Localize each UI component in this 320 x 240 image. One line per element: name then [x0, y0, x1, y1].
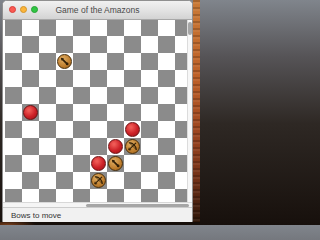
- board-square[interactable]: [124, 172, 141, 189]
- board-square[interactable]: [124, 70, 141, 87]
- board-square[interactable]: [73, 121, 90, 138]
- board-square[interactable]: [141, 36, 158, 53]
- board-square[interactable]: [73, 53, 90, 70]
- board-square[interactable]: [56, 121, 73, 138]
- board-square[interactable]: [141, 189, 158, 202]
- arrow-icon: [110, 158, 121, 169]
- board-square[interactable]: [22, 70, 39, 87]
- piece-red-disc[interactable]: [108, 139, 123, 154]
- board-square[interactable]: [5, 189, 22, 202]
- board-square[interactable]: [5, 36, 22, 53]
- board-square[interactable]: [141, 104, 158, 121]
- board-square[interactable]: [141, 87, 158, 104]
- board-square[interactable]: [5, 121, 22, 138]
- desktop-background-bottom: [0, 222, 200, 225]
- board-square[interactable]: [158, 172, 175, 189]
- board-square[interactable]: [124, 20, 141, 36]
- board-square[interactable]: [158, 104, 175, 121]
- board-square[interactable]: [56, 189, 73, 202]
- board-square[interactable]: [141, 121, 158, 138]
- piece-bow[interactable]: [125, 139, 140, 154]
- board-square[interactable]: [124, 104, 141, 121]
- board-square[interactable]: [158, 138, 175, 155]
- vertical-scrollbar[interactable]: [187, 20, 192, 202]
- board-square[interactable]: [107, 189, 124, 202]
- board-square[interactable]: [56, 87, 73, 104]
- board-square[interactable]: [22, 36, 39, 53]
- board-square[interactable]: [5, 138, 22, 155]
- board-square[interactable]: [39, 121, 56, 138]
- board-square[interactable]: [90, 121, 107, 138]
- board-square[interactable]: [73, 104, 90, 121]
- board-square[interactable]: [158, 189, 175, 202]
- board-square[interactable]: [39, 172, 56, 189]
- window-title: Game of the Amazons: [3, 1, 192, 19]
- piece-red-disc[interactable]: [125, 122, 140, 137]
- board-square[interactable]: [158, 70, 175, 87]
- arrow-icon: [59, 56, 70, 67]
- board-square[interactable]: [39, 20, 56, 36]
- board-square[interactable]: [56, 138, 73, 155]
- board-square[interactable]: [107, 87, 124, 104]
- board-square[interactable]: [22, 138, 39, 155]
- board-square[interactable]: [90, 87, 107, 104]
- board-square[interactable]: [22, 189, 39, 202]
- board-square[interactable]: [39, 87, 56, 104]
- board-square[interactable]: [5, 87, 22, 104]
- board-square[interactable]: [56, 36, 73, 53]
- board-square[interactable]: [124, 189, 141, 202]
- board-square[interactable]: [22, 20, 39, 36]
- board-square[interactable]: [90, 36, 107, 53]
- board-square[interactable]: [124, 36, 141, 53]
- board-square[interactable]: [158, 36, 175, 53]
- board-square[interactable]: [124, 155, 141, 172]
- desktop-background-right: [193, 0, 200, 222]
- board-square[interactable]: [5, 104, 22, 121]
- board-square[interactable]: [158, 155, 175, 172]
- board-square[interactable]: [158, 121, 175, 138]
- piece-arrow[interactable]: [57, 54, 72, 69]
- board-square[interactable]: [73, 172, 90, 189]
- board-square[interactable]: [124, 87, 141, 104]
- board-square[interactable]: [22, 121, 39, 138]
- board-square[interactable]: [107, 172, 124, 189]
- game-board[interactable]: [5, 20, 188, 202]
- board-square[interactable]: [90, 189, 107, 202]
- board-square[interactable]: [141, 155, 158, 172]
- board-square[interactable]: [22, 155, 39, 172]
- board-square[interactable]: [107, 53, 124, 70]
- board-square[interactable]: [73, 87, 90, 104]
- board-square[interactable]: [90, 70, 107, 87]
- board-square[interactable]: [5, 172, 22, 189]
- board-square[interactable]: [90, 138, 107, 155]
- board-square[interactable]: [107, 36, 124, 53]
- bow-icon: [93, 175, 104, 186]
- board-square[interactable]: [56, 104, 73, 121]
- status-bar: Bows to move: [3, 207, 192, 222]
- board-square[interactable]: [5, 70, 22, 87]
- board-square[interactable]: [158, 87, 175, 104]
- board-square[interactable]: [5, 53, 22, 70]
- board-square[interactable]: [158, 20, 175, 36]
- piece-red-disc[interactable]: [23, 105, 38, 120]
- board-square[interactable]: [73, 70, 90, 87]
- board-square[interactable]: [73, 36, 90, 53]
- board-square[interactable]: [107, 104, 124, 121]
- board-square[interactable]: [73, 138, 90, 155]
- board-square[interactable]: [158, 53, 175, 70]
- board-square[interactable]: [90, 20, 107, 36]
- board-square[interactable]: [124, 53, 141, 70]
- board-square[interactable]: [56, 20, 73, 36]
- board-square[interactable]: [39, 70, 56, 87]
- board-square[interactable]: [90, 53, 107, 70]
- board-square[interactable]: [22, 87, 39, 104]
- board-square[interactable]: [5, 155, 22, 172]
- vertical-scrollbar-thumb[interactable]: [188, 22, 192, 35]
- board-square[interactable]: [56, 155, 73, 172]
- board-square[interactable]: [5, 20, 22, 36]
- board-square[interactable]: [107, 70, 124, 87]
- board-square[interactable]: [90, 104, 107, 121]
- board-square[interactable]: [39, 104, 56, 121]
- bow-icon: [127, 141, 138, 152]
- board-square[interactable]: [141, 172, 158, 189]
- status-text: Bows to move: [11, 208, 61, 222]
- board-square[interactable]: [73, 20, 90, 36]
- piece-red-disc[interactable]: [91, 156, 106, 171]
- board-square[interactable]: [56, 172, 73, 189]
- board-square[interactable]: [141, 138, 158, 155]
- board-square[interactable]: [73, 155, 90, 172]
- board-square[interactable]: [39, 189, 56, 202]
- board-square[interactable]: [39, 155, 56, 172]
- board-square[interactable]: [107, 20, 124, 36]
- board-square[interactable]: [22, 172, 39, 189]
- board-square[interactable]: [141, 53, 158, 70]
- piece-bow[interactable]: [91, 173, 106, 188]
- board-square[interactable]: [56, 70, 73, 87]
- board-square[interactable]: [141, 20, 158, 36]
- board-square[interactable]: [39, 36, 56, 53]
- board-square[interactable]: [39, 53, 56, 70]
- board-square[interactable]: [107, 121, 124, 138]
- board-square[interactable]: [39, 138, 56, 155]
- title-bar[interactable]: Game of the Amazons: [3, 1, 192, 20]
- board-viewport: [3, 20, 188, 202]
- piece-arrow[interactable]: [108, 156, 123, 171]
- board-square[interactable]: [73, 189, 90, 202]
- app-window: Game of the Amazons Bows to move: [2, 0, 193, 222]
- board-square[interactable]: [141, 70, 158, 87]
- board-square[interactable]: [22, 53, 39, 70]
